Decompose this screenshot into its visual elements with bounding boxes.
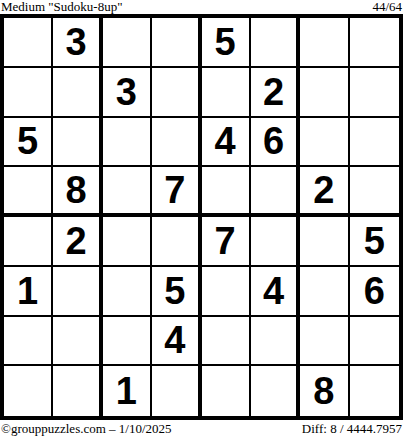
cell-r3c2[interactable] xyxy=(53,118,102,168)
cell-r7c3[interactable] xyxy=(103,317,152,367)
cell-r3c6[interactable]: 6 xyxy=(251,118,300,168)
cell-r5c4[interactable] xyxy=(152,217,201,267)
cell-r6c4[interactable]: 5 xyxy=(152,267,201,317)
cell-r4c3[interactable] xyxy=(103,167,152,217)
cell-r7c7[interactable] xyxy=(300,317,349,367)
cell-r7c2[interactable] xyxy=(53,317,102,367)
cell-r8c2[interactable] xyxy=(53,366,102,416)
copyright-text: ©grouppuzzles.com – 1/10/2025 xyxy=(1,421,172,437)
cell-r8c3[interactable]: 1 xyxy=(103,366,152,416)
cell-r2c2[interactable] xyxy=(53,68,102,118)
cells-remaining-counter: 44/64 xyxy=(372,0,402,14)
cell-r3c3[interactable] xyxy=(103,118,152,168)
cell-r1c6[interactable] xyxy=(251,18,300,68)
cell-r3c1[interactable]: 5 xyxy=(4,118,53,168)
cell-r6c7[interactable] xyxy=(300,267,349,317)
cell-r8c7[interactable]: 8 xyxy=(300,366,349,416)
cell-r1c5[interactable]: 5 xyxy=(202,18,251,68)
cell-r5c8[interactable]: 5 xyxy=(350,217,399,267)
cell-r7c5[interactable] xyxy=(202,317,251,367)
cell-r2c1[interactable] xyxy=(4,68,53,118)
sudoku-grid: 35325468722751546418 xyxy=(0,14,403,420)
cell-r8c4[interactable] xyxy=(152,366,201,416)
cell-r7c4[interactable]: 4 xyxy=(152,317,201,367)
cell-r1c8[interactable] xyxy=(350,18,399,68)
cell-r5c5[interactable]: 7 xyxy=(202,217,251,267)
cell-r6c5[interactable] xyxy=(202,267,251,317)
cell-r4c2[interactable]: 8 xyxy=(53,167,102,217)
cell-r5c7[interactable] xyxy=(300,217,349,267)
cell-r6c3[interactable] xyxy=(103,267,152,317)
header: Medium "Sudoku-8up" 44/64 xyxy=(0,0,403,14)
cell-r6c6[interactable]: 4 xyxy=(251,267,300,317)
cell-r5c6[interactable] xyxy=(251,217,300,267)
cell-r8c8[interactable] xyxy=(350,366,399,416)
cell-r2c4[interactable] xyxy=(152,68,201,118)
cell-r1c3[interactable] xyxy=(103,18,152,68)
cell-r7c6[interactable] xyxy=(251,317,300,367)
cell-r1c2[interactable]: 3 xyxy=(53,18,102,68)
cell-r8c1[interactable] xyxy=(4,366,53,416)
cell-r7c1[interactable] xyxy=(4,317,53,367)
puzzle-title: Medium "Sudoku-8up" xyxy=(1,0,122,14)
cell-r4c4[interactable]: 7 xyxy=(152,167,201,217)
cell-r4c8[interactable] xyxy=(350,167,399,217)
cell-r1c7[interactable] xyxy=(300,18,349,68)
cell-r6c8[interactable]: 6 xyxy=(350,267,399,317)
cell-r3c5[interactable]: 4 xyxy=(202,118,251,168)
cell-r3c4[interactable] xyxy=(152,118,201,168)
cell-r3c7[interactable] xyxy=(300,118,349,168)
cell-r2c5[interactable] xyxy=(202,68,251,118)
difficulty-text: Diff: 8 / 4444.7957 xyxy=(302,421,402,437)
cell-r4c1[interactable] xyxy=(4,167,53,217)
cell-r2c8[interactable] xyxy=(350,68,399,118)
cell-r1c1[interactable] xyxy=(4,18,53,68)
cell-r5c1[interactable] xyxy=(4,217,53,267)
cell-r5c2[interactable]: 2 xyxy=(53,217,102,267)
cell-r4c7[interactable]: 2 xyxy=(300,167,349,217)
cell-r3c8[interactable] xyxy=(350,118,399,168)
cell-r2c6[interactable]: 2 xyxy=(251,68,300,118)
cell-r1c4[interactable] xyxy=(152,18,201,68)
cell-r6c2[interactable] xyxy=(53,267,102,317)
footer: ©grouppuzzles.com – 1/10/2025 Diff: 8 / … xyxy=(0,420,403,437)
cell-r5c3[interactable] xyxy=(103,217,152,267)
cell-r8c6[interactable] xyxy=(251,366,300,416)
cell-r2c7[interactable] xyxy=(300,68,349,118)
cell-r4c5[interactable] xyxy=(202,167,251,217)
cell-r6c1[interactable]: 1 xyxy=(4,267,53,317)
cell-r4c6[interactable] xyxy=(251,167,300,217)
cell-r2c3[interactable]: 3 xyxy=(103,68,152,118)
cell-r7c8[interactable] xyxy=(350,317,399,367)
cell-r8c5[interactable] xyxy=(202,366,251,416)
